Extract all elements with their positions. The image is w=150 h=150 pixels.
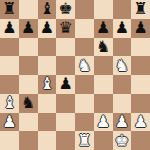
square-a2[interactable]: ♟ <box>0 113 19 132</box>
square-e3[interactable] <box>75 94 94 113</box>
square-h2[interactable]: ♟ <box>131 113 150 132</box>
square-d8[interactable]: ♚ <box>56 0 75 19</box>
black-knight[interactable]: ♞ <box>96 39 110 55</box>
white-pawn[interactable]: ♟ <box>2 114 16 130</box>
square-g5[interactable]: ♞ <box>113 56 132 75</box>
square-d5[interactable] <box>56 56 75 75</box>
square-g3[interactable] <box>113 94 132 113</box>
square-c6[interactable] <box>38 38 57 57</box>
chess-board: ♜♝♚♜♟♟♟♛♟♟♟♞♞♞♝♟♝♞♟♟♟♟♜♚ <box>0 0 150 150</box>
square-h4[interactable] <box>131 75 150 94</box>
square-f7[interactable]: ♟ <box>94 19 113 38</box>
black-knight[interactable]: ♞ <box>21 95 35 111</box>
square-b2[interactable] <box>19 113 38 132</box>
white-pawn[interactable]: ♟ <box>115 114 129 130</box>
square-b5[interactable] <box>19 56 38 75</box>
square-g2[interactable]: ♟ <box>113 113 132 132</box>
square-g7[interactable]: ♟ <box>113 19 132 38</box>
black-queen[interactable]: ♛ <box>58 20 72 36</box>
black-rook[interactable]: ♜ <box>2 1 16 17</box>
square-g6[interactable] <box>113 38 132 57</box>
square-f3[interactable] <box>94 94 113 113</box>
black-rook[interactable]: ♜ <box>133 1 147 17</box>
black-pawn[interactable]: ♟ <box>21 20 35 36</box>
square-f6[interactable]: ♞ <box>94 38 113 57</box>
square-h1[interactable] <box>131 131 150 150</box>
square-c7[interactable]: ♟ <box>38 19 57 38</box>
square-h6[interactable] <box>131 38 150 57</box>
black-pawn[interactable]: ♟ <box>133 20 147 36</box>
square-g1[interactable]: ♚ <box>113 131 132 150</box>
square-d1[interactable] <box>56 131 75 150</box>
square-b3[interactable]: ♞ <box>19 94 38 113</box>
square-c1[interactable] <box>38 131 57 150</box>
square-f8[interactable] <box>94 0 113 19</box>
square-b6[interactable] <box>19 38 38 57</box>
square-b4[interactable] <box>19 75 38 94</box>
black-pawn[interactable]: ♟ <box>58 76 72 92</box>
white-bishop[interactable]: ♝ <box>40 76 54 92</box>
square-h3[interactable] <box>131 94 150 113</box>
square-g8[interactable] <box>113 0 132 19</box>
square-c4[interactable]: ♝ <box>38 75 57 94</box>
square-c2[interactable] <box>38 113 57 132</box>
square-a3[interactable]: ♝ <box>0 94 19 113</box>
square-b8[interactable] <box>19 0 38 19</box>
square-a5[interactable] <box>0 56 19 75</box>
square-e4[interactable] <box>75 75 94 94</box>
black-pawn[interactable]: ♟ <box>96 20 110 36</box>
square-e2[interactable] <box>75 113 94 132</box>
square-d7[interactable]: ♛ <box>56 19 75 38</box>
square-d6[interactable] <box>56 38 75 57</box>
square-c8[interactable]: ♝ <box>38 0 57 19</box>
white-bishop[interactable]: ♝ <box>2 95 16 111</box>
square-d3[interactable] <box>56 94 75 113</box>
square-a8[interactable]: ♜ <box>0 0 19 19</box>
square-d4[interactable]: ♟ <box>56 75 75 94</box>
white-pawn[interactable]: ♟ <box>96 114 110 130</box>
square-f4[interactable] <box>94 75 113 94</box>
square-a4[interactable] <box>0 75 19 94</box>
white-knight[interactable]: ♞ <box>115 58 129 74</box>
white-knight[interactable]: ♞ <box>77 58 91 74</box>
square-e1[interactable]: ♜ <box>75 131 94 150</box>
square-f2[interactable]: ♟ <box>94 113 113 132</box>
white-rook[interactable]: ♜ <box>77 133 91 149</box>
square-h7[interactable]: ♟ <box>131 19 150 38</box>
square-a1[interactable] <box>0 131 19 150</box>
square-e5[interactable]: ♞ <box>75 56 94 75</box>
black-pawn[interactable]: ♟ <box>115 20 129 36</box>
square-f5[interactable] <box>94 56 113 75</box>
white-king[interactable]: ♚ <box>115 133 129 149</box>
black-king[interactable]: ♚ <box>58 1 72 17</box>
square-f1[interactable] <box>94 131 113 150</box>
white-pawn[interactable]: ♟ <box>133 114 147 130</box>
square-e6[interactable] <box>75 38 94 57</box>
black-pawn[interactable]: ♟ <box>40 20 54 36</box>
square-h5[interactable] <box>131 56 150 75</box>
square-c3[interactable] <box>38 94 57 113</box>
square-e8[interactable] <box>75 0 94 19</box>
square-d2[interactable] <box>56 113 75 132</box>
square-a6[interactable] <box>0 38 19 57</box>
black-pawn[interactable]: ♟ <box>2 20 16 36</box>
square-b7[interactable]: ♟ <box>19 19 38 38</box>
square-a7[interactable]: ♟ <box>0 19 19 38</box>
square-e7[interactable] <box>75 19 94 38</box>
square-g4[interactable] <box>113 75 132 94</box>
square-h8[interactable]: ♜ <box>131 0 150 19</box>
square-c5[interactable] <box>38 56 57 75</box>
square-b1[interactable] <box>19 131 38 150</box>
black-bishop[interactable]: ♝ <box>40 1 54 17</box>
